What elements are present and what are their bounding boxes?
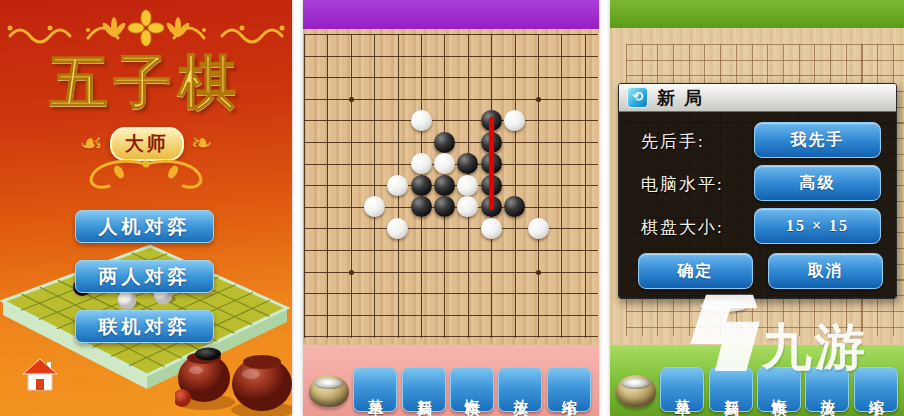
board-size-select-button[interactable]: 15 × 15 [754, 208, 881, 244]
button-label: 取消 [808, 261, 844, 282]
button-label: 菜单 [366, 387, 385, 393]
new-game-icon: ⟲ [627, 87, 648, 108]
zoom-in-button[interactable]: 放大 [498, 367, 542, 412]
star-point [349, 270, 354, 275]
button-label: 缩小 [867, 387, 886, 393]
dialog-title-bar: ⟲ 新局 [619, 84, 896, 112]
button-label: 两人对弈 [99, 264, 191, 290]
house-roof-icon [23, 359, 57, 374]
bottom-toolbar-green: 菜单 新局 悔棋 放大 缩小 [610, 345, 904, 416]
flourish-left-icon: ☙ [79, 131, 102, 157]
stone-bowl-icon [616, 375, 656, 407]
button-label: 我先手 [791, 130, 845, 151]
stone-bowl-icon [309, 375, 349, 407]
white-piece-partial [700, 300, 748, 312]
dialog-screen-panel: ⟲ 新局 先后手: 我先手 电脑水平: 高级 棋盘大小: 15 × 15 [610, 0, 904, 416]
top-bar-green [610, 0, 904, 28]
dialog-row-board-size: 棋盘大小: 15 × 15 [619, 208, 896, 251]
new-game-dialog: ⟲ 新局 先后手: 我先手 电脑水平: 高级 棋盘大小: 15 × 15 [618, 83, 897, 299]
stone-white [411, 110, 432, 131]
cancel-button[interactable]: 取消 [768, 253, 883, 289]
stone-white [457, 175, 478, 196]
stone-white [364, 196, 385, 217]
button-label: 新局 [415, 387, 434, 393]
top-bar-purple [303, 0, 599, 30]
stone-black [434, 132, 455, 153]
app-store-screenshot-strip: { "game": "Gomoku (五子棋 / Five-in-a-Row) … [0, 0, 904, 416]
dialog-title: 新局 [657, 86, 711, 110]
white-stone-illustration [118, 291, 137, 310]
stone-white [481, 218, 502, 239]
ai-level-label: 电脑水平: [641, 173, 724, 196]
button-label: 悔棋 [463, 387, 482, 393]
online-play-button[interactable]: 联机对弈 [75, 310, 214, 343]
stone-white [528, 218, 549, 239]
star-point [536, 270, 541, 275]
first-move-label: 先后手: [641, 130, 705, 153]
dialog-row-first-move: 先后手: 我先手 [619, 122, 896, 165]
button-label: 联机对弈 [99, 314, 191, 340]
stone-white [411, 153, 432, 174]
stone-black [434, 175, 455, 196]
human-vs-computer-button[interactable]: 人机对弈 [75, 210, 214, 243]
button-label: 放大 [818, 387, 837, 393]
dialog-body: 先后手: 我先手 电脑水平: 高级 棋盘大小: 15 × 15 确定 [619, 112, 896, 298]
game-screen-panel: 菜单 新局 悔棋 放大 缩小 [303, 0, 599, 416]
app-title: 五子棋 [0, 44, 292, 122]
house-door-icon [36, 379, 44, 390]
stone-black [411, 196, 432, 217]
first-move-select-button[interactable]: 我先手 [754, 122, 881, 158]
new-game-button[interactable]: 新局 [402, 367, 446, 412]
under-badge-flourish [0, 156, 292, 192]
home-button[interactable] [22, 358, 58, 392]
gomoku-board[interactable] [303, 29, 599, 345]
button-label: 高级 [800, 173, 836, 194]
dialog-row-ai-level: 电脑水平: 高级 [619, 165, 896, 208]
ai-level-select-button[interactable]: 高级 [754, 165, 881, 201]
bottom-toolbar-pink: 菜单 新局 悔棋 放大 缩小 [303, 345, 599, 416]
menu-button[interactable]: 菜单 [353, 367, 397, 412]
undo-button[interactable]: 悔棋 [450, 367, 494, 412]
winning-line [489, 117, 494, 209]
menu-button[interactable]: 菜单 [660, 367, 704, 412]
stone-white [504, 110, 525, 131]
stone-white [434, 153, 455, 174]
home-screen-panel: 五子棋 ☙ 大师 ❧ 人机对弈 两人对弈 联机对弈 [0, 0, 292, 416]
board-size-label: 棋盘大小: [641, 216, 724, 239]
zoom-out-button[interactable]: 缩小 [547, 367, 591, 412]
stone-bowls-illustration [175, 340, 292, 416]
zoom-out-button[interactable]: 缩小 [854, 367, 898, 412]
stone-white [387, 218, 408, 239]
button-label: 人机对弈 [99, 214, 191, 240]
zoom-in-button[interactable]: 放大 [805, 367, 849, 412]
button-label: 菜单 [673, 387, 692, 393]
button-label: 悔棋 [770, 387, 789, 393]
stone-white [387, 175, 408, 196]
new-game-button[interactable]: 新局 [709, 367, 753, 412]
flourish-right-icon: ❧ [191, 131, 213, 157]
two-player-button[interactable]: 两人对弈 [75, 260, 214, 293]
undo-button[interactable]: 悔棋 [757, 367, 801, 412]
ok-button[interactable]: 确定 [638, 253, 753, 289]
button-label: 缩小 [560, 387, 579, 393]
star-point [349, 97, 354, 102]
black-stone-on-bowl [195, 348, 221, 361]
button-label: 确定 [678, 261, 714, 282]
star-point [536, 97, 541, 102]
stone-black [411, 175, 432, 196]
button-label: 15 × 15 [786, 217, 849, 235]
button-label: 新局 [722, 387, 741, 393]
button-label: 放大 [511, 387, 530, 393]
